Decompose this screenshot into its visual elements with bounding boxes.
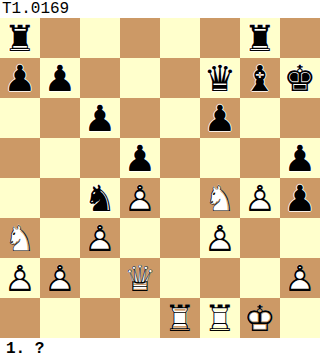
square-c4[interactable]: ♞ bbox=[80, 178, 120, 218]
piece-black-pawn: ♟ bbox=[0, 58, 40, 98]
square-g1[interactable]: ♚♔ bbox=[240, 298, 280, 338]
square-d5[interactable]: ♟ bbox=[120, 138, 160, 178]
square-c6[interactable]: ♟ bbox=[80, 98, 120, 138]
square-b1[interactable] bbox=[40, 298, 80, 338]
square-e5[interactable] bbox=[160, 138, 200, 178]
square-b4[interactable] bbox=[40, 178, 80, 218]
square-b5[interactable] bbox=[40, 138, 80, 178]
square-g2[interactable] bbox=[240, 258, 280, 298]
piece-black-rook: ♜ bbox=[240, 18, 280, 58]
puzzle-id: T1.0169 bbox=[2, 0, 69, 18]
square-h3[interactable] bbox=[280, 218, 320, 258]
square-a2[interactable]: ♟♙ bbox=[0, 258, 40, 298]
square-a4[interactable] bbox=[0, 178, 40, 218]
piece-black-pawn: ♟ bbox=[200, 98, 240, 138]
square-e6[interactable] bbox=[160, 98, 200, 138]
square-d4[interactable]: ♟♙ bbox=[120, 178, 160, 218]
square-e7[interactable] bbox=[160, 58, 200, 98]
piece-black-pawn: ♟ bbox=[120, 138, 160, 178]
piece-black-queen: ♛ bbox=[200, 58, 240, 98]
square-c1[interactable] bbox=[80, 298, 120, 338]
square-h2[interactable]: ♟♙ bbox=[280, 258, 320, 298]
square-d1[interactable] bbox=[120, 298, 160, 338]
square-e4[interactable] bbox=[160, 178, 200, 218]
piece-white-queen: ♛♕ bbox=[120, 258, 160, 298]
square-e2[interactable] bbox=[160, 258, 200, 298]
square-c2[interactable] bbox=[80, 258, 120, 298]
square-f1[interactable]: ♜♖ bbox=[200, 298, 240, 338]
square-b6[interactable] bbox=[40, 98, 80, 138]
square-b8[interactable] bbox=[40, 18, 80, 58]
piece-black-rook: ♜ bbox=[0, 18, 40, 58]
square-h4[interactable]: ♟ bbox=[280, 178, 320, 218]
square-e1[interactable]: ♜♖ bbox=[160, 298, 200, 338]
square-b3[interactable] bbox=[40, 218, 80, 258]
piece-white-knight: ♞♘ bbox=[200, 178, 240, 218]
move-prompt: 1. ? bbox=[6, 338, 44, 360]
piece-white-pawn: ♟♙ bbox=[0, 258, 40, 298]
square-h8[interactable] bbox=[280, 18, 320, 58]
square-b2[interactable]: ♟♙ bbox=[40, 258, 80, 298]
square-c7[interactable] bbox=[80, 58, 120, 98]
square-g3[interactable] bbox=[240, 218, 280, 258]
piece-white-knight: ♞♘ bbox=[0, 218, 40, 258]
square-c3[interactable]: ♟♙ bbox=[80, 218, 120, 258]
square-a1[interactable] bbox=[0, 298, 40, 338]
chess-puzzle-window: T1.0169 ♜♜♟♟♛♝♚♟♟♟♟♞♟♙♞♘♟♙♟♞♘♟♙♟♙♟♙♟♙♛♕♟… bbox=[0, 0, 320, 360]
piece-black-bishop: ♝ bbox=[240, 58, 280, 98]
square-f5[interactable] bbox=[200, 138, 240, 178]
square-g8[interactable]: ♜ bbox=[240, 18, 280, 58]
piece-black-pawn: ♟ bbox=[80, 98, 120, 138]
piece-black-pawn: ♟ bbox=[40, 58, 80, 98]
square-b7[interactable]: ♟ bbox=[40, 58, 80, 98]
square-e3[interactable] bbox=[160, 218, 200, 258]
square-c5[interactable] bbox=[80, 138, 120, 178]
square-d7[interactable] bbox=[120, 58, 160, 98]
piece-black-pawn: ♟ bbox=[280, 178, 320, 218]
square-h5[interactable]: ♟ bbox=[280, 138, 320, 178]
piece-white-pawn: ♟♙ bbox=[200, 218, 240, 258]
piece-white-king: ♚♔ bbox=[240, 298, 280, 338]
square-f3[interactable]: ♟♙ bbox=[200, 218, 240, 258]
square-h6[interactable] bbox=[280, 98, 320, 138]
square-f8[interactable] bbox=[200, 18, 240, 58]
square-f4[interactable]: ♞♘ bbox=[200, 178, 240, 218]
square-a5[interactable] bbox=[0, 138, 40, 178]
square-g6[interactable] bbox=[240, 98, 280, 138]
square-g7[interactable]: ♝ bbox=[240, 58, 280, 98]
square-f2[interactable] bbox=[200, 258, 240, 298]
chess-board: ♜♜♟♟♛♝♚♟♟♟♟♞♟♙♞♘♟♙♟♞♘♟♙♟♙♟♙♟♙♛♕♟♙♜♖♜♖♚♔ bbox=[0, 18, 320, 338]
square-g4[interactable]: ♟♙ bbox=[240, 178, 280, 218]
square-a8[interactable]: ♜ bbox=[0, 18, 40, 58]
square-h1[interactable] bbox=[280, 298, 320, 338]
square-d6[interactable] bbox=[120, 98, 160, 138]
piece-white-rook: ♜♖ bbox=[200, 298, 240, 338]
square-f7[interactable]: ♛ bbox=[200, 58, 240, 98]
piece-white-pawn: ♟♙ bbox=[280, 258, 320, 298]
square-h7[interactable]: ♚ bbox=[280, 58, 320, 98]
square-d2[interactable]: ♛♕ bbox=[120, 258, 160, 298]
square-g5[interactable] bbox=[240, 138, 280, 178]
square-d3[interactable] bbox=[120, 218, 160, 258]
piece-black-knight: ♞ bbox=[80, 178, 120, 218]
square-d8[interactable] bbox=[120, 18, 160, 58]
square-a3[interactable]: ♞♘ bbox=[0, 218, 40, 258]
piece-white-pawn: ♟♙ bbox=[240, 178, 280, 218]
square-c8[interactable] bbox=[80, 18, 120, 58]
piece-white-pawn: ♟♙ bbox=[40, 258, 80, 298]
piece-white-pawn: ♟♙ bbox=[80, 218, 120, 258]
square-f6[interactable]: ♟ bbox=[200, 98, 240, 138]
piece-black-pawn: ♟ bbox=[280, 138, 320, 178]
square-a7[interactable]: ♟ bbox=[0, 58, 40, 98]
square-e8[interactable] bbox=[160, 18, 200, 58]
piece-black-king: ♚ bbox=[280, 58, 320, 98]
piece-white-pawn: ♟♙ bbox=[120, 178, 160, 218]
square-a6[interactable] bbox=[0, 98, 40, 138]
piece-white-rook: ♜♖ bbox=[160, 298, 200, 338]
